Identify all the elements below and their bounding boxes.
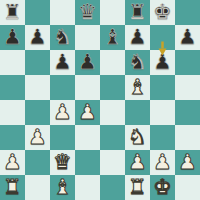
square-h3[interactable] bbox=[175, 125, 200, 150]
square-h8[interactable] bbox=[175, 0, 200, 25]
square-f7[interactable]: ♟ bbox=[125, 25, 150, 50]
piece-black-rook[interactable]: ♜ bbox=[128, 0, 147, 25]
square-e3[interactable] bbox=[100, 125, 125, 150]
square-g7[interactable] bbox=[150, 25, 175, 50]
piece-white-pawn[interactable]: ♟ bbox=[78, 100, 97, 125]
square-g6[interactable]: ♟ bbox=[150, 50, 175, 75]
square-c4[interactable]: ♟ bbox=[50, 100, 75, 125]
square-e4[interactable] bbox=[100, 100, 125, 125]
square-a4[interactable] bbox=[0, 100, 25, 125]
square-c8[interactable] bbox=[50, 0, 75, 25]
square-h6[interactable] bbox=[175, 50, 200, 75]
square-a1[interactable]: ♜ bbox=[0, 175, 25, 200]
square-d4[interactable]: ♟ bbox=[75, 100, 100, 125]
square-b4[interactable] bbox=[25, 100, 50, 125]
piece-black-pawn[interactable]: ♟ bbox=[3, 25, 22, 50]
square-c6[interactable]: ♟ bbox=[50, 50, 75, 75]
square-f2[interactable]: ♟ bbox=[125, 150, 150, 175]
chess-board-container: ♜♛♜♚♟♟♞♝♟♟♟♟♞♟♝♟♟♟♞♟♛♟♟♟♜♝♜♚ bbox=[0, 0, 200, 200]
square-g5[interactable] bbox=[150, 75, 175, 100]
piece-white-pawn[interactable]: ♟ bbox=[53, 100, 72, 125]
piece-black-pawn[interactable]: ♟ bbox=[128, 25, 147, 50]
piece-black-knight[interactable]: ♞ bbox=[53, 25, 72, 50]
piece-black-pawn[interactable]: ♟ bbox=[153, 50, 172, 75]
square-d1[interactable] bbox=[75, 175, 100, 200]
square-b3[interactable]: ♟ bbox=[25, 125, 50, 150]
square-f3[interactable]: ♞ bbox=[125, 125, 150, 150]
square-a3[interactable] bbox=[0, 125, 25, 150]
square-b5[interactable] bbox=[25, 75, 50, 100]
square-d5[interactable] bbox=[75, 75, 100, 100]
piece-white-queen[interactable]: ♛ bbox=[53, 150, 72, 175]
piece-white-pawn[interactable]: ♟ bbox=[128, 150, 147, 175]
square-c3[interactable] bbox=[50, 125, 75, 150]
square-a8[interactable]: ♜ bbox=[0, 0, 25, 25]
piece-black-knight[interactable]: ♞ bbox=[128, 50, 147, 75]
square-a5[interactable] bbox=[0, 75, 25, 100]
square-g8[interactable]: ♚ bbox=[150, 0, 175, 25]
square-c2[interactable]: ♛ bbox=[50, 150, 75, 175]
chess-board: ♜♛♜♚♟♟♞♝♟♟♟♟♞♟♝♟♟♟♞♟♛♟♟♟♜♝♜♚ bbox=[0, 0, 200, 200]
square-d6[interactable]: ♟ bbox=[75, 50, 100, 75]
square-d7[interactable] bbox=[75, 25, 100, 50]
square-b8[interactable] bbox=[25, 0, 50, 25]
square-f8[interactable]: ♜ bbox=[125, 0, 150, 25]
piece-black-rook[interactable]: ♜ bbox=[3, 0, 22, 25]
piece-black-queen[interactable]: ♛ bbox=[78, 0, 97, 25]
square-h2[interactable]: ♟ bbox=[175, 150, 200, 175]
piece-black-bishop[interactable]: ♝ bbox=[103, 25, 122, 50]
piece-white-knight[interactable]: ♞ bbox=[128, 125, 147, 150]
square-g2[interactable]: ♟ bbox=[150, 150, 175, 175]
square-h5[interactable] bbox=[175, 75, 200, 100]
square-b1[interactable] bbox=[25, 175, 50, 200]
square-e5[interactable] bbox=[100, 75, 125, 100]
square-h4[interactable] bbox=[175, 100, 200, 125]
square-g3[interactable] bbox=[150, 125, 175, 150]
piece-white-bishop[interactable]: ♝ bbox=[128, 75, 147, 100]
square-h7[interactable]: ♟ bbox=[175, 25, 200, 50]
piece-black-pawn[interactable]: ♟ bbox=[78, 50, 97, 75]
piece-black-pawn[interactable]: ♟ bbox=[178, 25, 197, 50]
piece-black-pawn[interactable]: ♟ bbox=[53, 50, 72, 75]
piece-white-rook[interactable]: ♜ bbox=[128, 175, 147, 200]
square-d8[interactable]: ♛ bbox=[75, 0, 100, 25]
square-b7[interactable]: ♟ bbox=[25, 25, 50, 50]
square-e1[interactable] bbox=[100, 175, 125, 200]
square-f1[interactable]: ♜ bbox=[125, 175, 150, 200]
square-h1[interactable] bbox=[175, 175, 200, 200]
square-b2[interactable] bbox=[25, 150, 50, 175]
piece-white-pawn[interactable]: ♟ bbox=[178, 150, 197, 175]
square-f4[interactable] bbox=[125, 100, 150, 125]
square-b6[interactable] bbox=[25, 50, 50, 75]
square-d2[interactable] bbox=[75, 150, 100, 175]
piece-white-pawn[interactable]: ♟ bbox=[153, 150, 172, 175]
piece-white-pawn[interactable]: ♟ bbox=[3, 150, 22, 175]
square-c1[interactable]: ♝ bbox=[50, 175, 75, 200]
square-f5[interactable]: ♝ bbox=[125, 75, 150, 100]
square-e8[interactable] bbox=[100, 0, 125, 25]
piece-white-pawn[interactable]: ♟ bbox=[28, 125, 47, 150]
square-c5[interactable] bbox=[50, 75, 75, 100]
square-a6[interactable] bbox=[0, 50, 25, 75]
piece-black-pawn[interactable]: ♟ bbox=[28, 25, 47, 50]
square-a2[interactable]: ♟ bbox=[0, 150, 25, 175]
piece-black-king[interactable]: ♚ bbox=[153, 0, 172, 25]
square-c7[interactable]: ♞ bbox=[50, 25, 75, 50]
square-g4[interactable] bbox=[150, 100, 175, 125]
square-e2[interactable] bbox=[100, 150, 125, 175]
square-d3[interactable] bbox=[75, 125, 100, 150]
square-g1[interactable]: ♚ bbox=[150, 175, 175, 200]
square-a7[interactable]: ♟ bbox=[0, 25, 25, 50]
square-e7[interactable]: ♝ bbox=[100, 25, 125, 50]
piece-white-rook[interactable]: ♜ bbox=[3, 175, 22, 200]
square-f6[interactable]: ♞ bbox=[125, 50, 150, 75]
piece-white-king[interactable]: ♚ bbox=[153, 175, 172, 200]
square-e6[interactable] bbox=[100, 50, 125, 75]
piece-white-bishop[interactable]: ♝ bbox=[53, 175, 72, 200]
